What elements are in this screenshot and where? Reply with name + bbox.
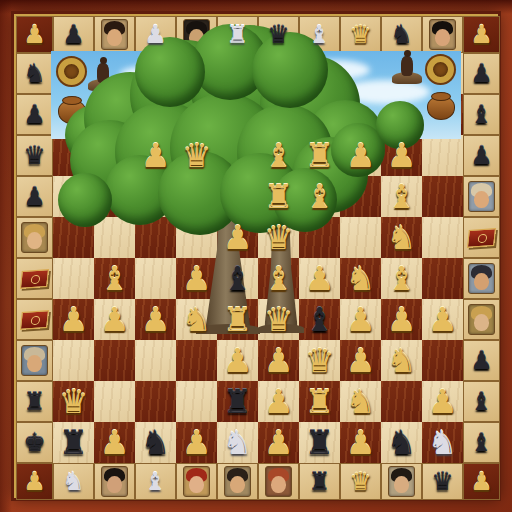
gold-pawn-piece[interactable]: ♟ [470,469,492,494]
silver-bishop-piece[interactable]: ♝ [308,22,330,47]
ring-cell-left-7 [16,299,53,340]
gold-bishop-piece[interactable]: ♝ [100,262,130,295]
square-r6c0[interactable]: ♟ [53,299,94,340]
gold-knight-piece[interactable]: ♞ [387,344,417,377]
ring-cell-left-3: ♛ [16,135,53,176]
gold-pawn-piece[interactable]: ♟ [23,22,45,47]
black-knight-piece[interactable]: ♞ [387,426,417,459]
gold-queen-piece[interactable]: ♛ [349,469,371,494]
black-pawn-piece[interactable]: ♟ [470,61,492,86]
ring-cell-bottom-3: ♝ [135,463,176,500]
ring-cell-bottom-6 [258,463,299,500]
square-r9c5[interactable]: ♟ [258,422,299,463]
portrait-icon [183,466,210,497]
square-r8c9[interactable]: ♟ [422,381,463,422]
square-r8c5[interactable]: ♟ [258,381,299,422]
square-r8c1[interactable] [94,381,135,422]
gold-queen-piece[interactable]: ♛ [305,344,335,377]
square-r5c2[interactable] [135,258,176,299]
square-r1c1[interactable] [94,94,135,135]
black-queen-piece[interactable]: ♛ [23,143,45,168]
black-rook-piece[interactable]: ♜ [305,426,335,459]
black-bishop-piece[interactable]: ♝ [470,389,492,414]
square-r4c6[interactable] [299,217,340,258]
square-r5c1[interactable]: ♝ [94,258,135,299]
gold-pawn-piece[interactable]: ♟ [346,344,376,377]
book-icon [467,228,496,248]
square-r0c2[interactable] [135,53,176,94]
square-r2c8[interactable]: ♟ [381,135,422,176]
square-r5c8[interactable]: ♝ [381,258,422,299]
gold-pawn-piece[interactable]: ♟ [223,344,253,377]
square-r3c2[interactable] [135,176,176,217]
square-r3c0[interactable] [53,176,94,217]
board-with-captured-ring: ♟♟♟♜♛♝♛♞♟♞♟♟♝♛♟♛♝♜♟♟♟♟♜♝♝♟♛♞♝♟♝♝♟♞♝♟♟♟♞♜… [14,14,498,498]
square-r3c3[interactable] [176,176,217,217]
square-r1c4[interactable] [217,94,258,135]
square-r6c1[interactable]: ♟ [94,299,135,340]
square-r4c1[interactable] [94,217,135,258]
square-r1c8[interactable] [381,94,422,135]
square-r7c9[interactable] [422,340,463,381]
square-r2c2[interactable]: ♟ [135,135,176,176]
ring-cell-left-9: ♜ [16,381,53,422]
square-r4c7[interactable] [340,217,381,258]
ring-cell-left-1: ♞ [16,53,53,94]
gold-pawn-piece[interactable]: ♟ [346,426,376,459]
portrait-icon [21,345,48,376]
square-r4c4[interactable]: ♟ [217,217,258,258]
square-r0c8[interactable] [381,53,422,94]
gold-pawn-piece[interactable]: ♟ [428,385,458,418]
square-r9c2[interactable]: ♞ [135,422,176,463]
ring-corner-bottom-right: ♟ [463,463,500,500]
ring-cell-top-4 [176,16,217,53]
square-r2c5[interactable]: ♝ [258,135,299,176]
ring-cell-right-3: ♟ [463,135,500,176]
gold-pawn-piece[interactable]: ♟ [59,303,89,336]
portrait-icon [265,466,292,497]
square-r1c9[interactable] [422,94,463,135]
square-r4c5[interactable]: ♛ [258,217,299,258]
gold-pawn-piece[interactable]: ♟ [305,262,335,295]
ring-cell-right-10: ♝ [463,422,500,463]
ring-cell-right-1: ♟ [463,53,500,94]
black-knight-piece[interactable]: ♞ [141,426,171,459]
square-r3c1[interactable] [94,176,135,217]
gold-pawn-piece[interactable]: ♟ [141,303,171,336]
square-r9c3[interactable]: ♟ [176,422,217,463]
gold-pawn-piece[interactable]: ♟ [346,139,376,172]
gold-pawn-piece[interactable]: ♟ [264,344,294,377]
gold-pawn-piece[interactable]: ♟ [387,139,417,172]
square-r0c1[interactable] [94,53,135,94]
square-r4c9[interactable] [422,217,463,258]
square-r9c8[interactable]: ♞ [381,422,422,463]
ring-cell-top-2 [94,16,135,53]
square-r2c9[interactable] [422,135,463,176]
gold-rook-piece[interactable]: ♜ [223,303,253,336]
gold-pawn-piece[interactable]: ♟ [182,426,212,459]
ring-cell-bottom-1: ♞ [53,463,94,500]
black-rook-piece[interactable]: ♜ [59,426,89,459]
square-r7c0[interactable] [53,340,94,381]
ring-cell-left-6 [16,258,53,299]
square-r6c6[interactable]: ♝ [299,299,340,340]
square-r4c0[interactable] [53,217,94,258]
square-r3c8[interactable]: ♝ [381,176,422,217]
square-r7c1[interactable] [94,340,135,381]
square-r8c6[interactable]: ♜ [299,381,340,422]
square-r9c6[interactable]: ♜ [299,422,340,463]
square-r0c4[interactable] [217,53,258,94]
square-r7c2[interactable] [135,340,176,381]
square-r5c9[interactable] [422,258,463,299]
ring-cell-left-8 [16,340,53,381]
square-r8c0[interactable]: ♛ [53,381,94,422]
ring-cell-right-7 [463,299,500,340]
square-r3c4[interactable] [217,176,258,217]
ring-cell-left-10: ♚ [16,422,53,463]
gold-pawn-piece[interactable]: ♟ [100,303,130,336]
square-r0c5[interactable] [258,53,299,94]
gold-queen-piece[interactable]: ♛ [349,22,371,47]
square-r1c0[interactable] [53,94,94,135]
ring-cell-bottom-8: ♛ [340,463,381,500]
silver-knight-piece[interactable]: ♞ [223,426,253,459]
square-r8c4[interactable]: ♜ [217,381,258,422]
square-r2c6[interactable]: ♜ [299,135,340,176]
black-pawn-piece[interactable]: ♟ [23,184,45,209]
gold-pawn-piece[interactable]: ♟ [182,262,212,295]
portrait-icon [468,263,495,294]
square-r0c3[interactable] [176,53,217,94]
square-r2c0[interactable] [53,135,94,176]
square-r1c3[interactable] [176,94,217,135]
silver-knight-piece[interactable]: ♞ [428,426,458,459]
square-r8c2[interactable] [135,381,176,422]
portrait-icon [21,222,48,253]
portrait-icon [224,466,251,497]
gold-knight-piece[interactable]: ♞ [182,303,212,336]
square-r7c6[interactable]: ♛ [299,340,340,381]
square-r5c6[interactable]: ♟ [299,258,340,299]
square-r6c5[interactable]: ♛ [258,299,299,340]
black-queen-piece[interactable]: ♛ [267,22,289,47]
ring-cell-top-10 [422,16,463,53]
square-r5c7[interactable]: ♞ [340,258,381,299]
square-r3c7[interactable] [340,176,381,217]
silver-knight-piece[interactable]: ♞ [62,469,84,494]
black-bishop-piece[interactable]: ♝ [470,430,492,455]
gold-bishop-piece[interactable]: ♝ [264,139,294,172]
square-r9c9[interactable]: ♞ [422,422,463,463]
square-r4c3[interactable] [176,217,217,258]
square-r0c9[interactable] [422,53,463,94]
square-r1c5[interactable] [258,94,299,135]
gold-knight-piece[interactable]: ♞ [346,385,376,418]
silver-pawn-piece[interactable]: ♟ [144,22,166,47]
square-r3c5[interactable]: ♜ [258,176,299,217]
ring-cell-top-6: ♛ [258,16,299,53]
square-r3c6[interactable]: ♝ [299,176,340,217]
gold-queen-piece[interactable]: ♛ [264,303,294,336]
square-r2c4[interactable] [217,135,258,176]
black-bishop-piece[interactable]: ♝ [305,303,335,336]
gold-bishop-piece[interactable]: ♝ [305,180,335,213]
ring-cell-top-8: ♛ [340,16,381,53]
black-rook-piece[interactable]: ♜ [308,469,330,494]
square-r1c2[interactable] [135,94,176,135]
square-r6c8[interactable]: ♟ [381,299,422,340]
square-r2c3[interactable]: ♛ [176,135,217,176]
black-rook-piece[interactable]: ♜ [23,389,45,414]
black-knight-piece[interactable]: ♞ [23,61,45,86]
square-r7c5[interactable]: ♟ [258,340,299,381]
square-r0c6[interactable] [299,53,340,94]
ring-cell-bottom-5 [217,463,258,500]
ring-corner-top-left: ♟ [16,16,53,53]
ring-cell-left-2: ♟ [16,94,53,135]
square-r9c1[interactable]: ♟ [94,422,135,463]
gold-pawn-piece[interactable]: ♟ [141,139,171,172]
square-r6c9[interactable]: ♟ [422,299,463,340]
square-r5c3[interactable]: ♟ [176,258,217,299]
black-bishop-piece[interactable]: ♝ [223,262,253,295]
gold-pawn-piece[interactable]: ♟ [428,303,458,336]
black-pawn-piece[interactable]: ♟ [470,143,492,168]
ring-cell-top-5: ♜ [217,16,258,53]
square-r0c0[interactable] [53,53,94,94]
gold-pawn-piece[interactable]: ♟ [470,22,492,47]
portrait-icon [183,19,210,50]
gold-queen-piece[interactable]: ♛ [182,139,212,172]
black-pawn-piece[interactable]: ♟ [62,22,84,47]
square-r5c5[interactable]: ♝ [258,258,299,299]
square-r4c8[interactable]: ♞ [381,217,422,258]
ring-cell-bottom-4 [176,463,217,500]
square-r9c0[interactable]: ♜ [53,422,94,463]
ring-cell-right-5 [463,217,500,258]
portrait-icon [468,181,495,212]
ring-cell-bottom-7: ♜ [299,463,340,500]
gold-knight-piece[interactable]: ♞ [387,221,417,254]
ring-cell-bottom-9 [381,463,422,500]
ring-cell-right-9: ♝ [463,381,500,422]
gold-queen-piece[interactable]: ♛ [264,221,294,254]
ring-cell-top-9: ♞ [381,16,422,53]
portrait-icon [468,304,495,335]
square-r7c8[interactable]: ♞ [381,340,422,381]
book-icon [20,310,49,330]
ring-cell-right-4 [463,176,500,217]
ring-cell-left-5 [16,217,53,258]
silver-rook-piece[interactable]: ♜ [226,22,248,47]
gold-pawn-piece[interactable]: ♟ [387,303,417,336]
square-r4c2[interactable] [135,217,176,258]
ring-cell-top-1: ♟ [53,16,94,53]
ring-cell-left-4: ♟ [16,176,53,217]
gold-pawn-piece[interactable]: ♟ [264,385,294,418]
gold-queen-piece[interactable]: ♛ [59,385,89,418]
square-r6c4[interactable]: ♜ [217,299,258,340]
ring-cell-top-7: ♝ [299,16,340,53]
square-r7c3[interactable] [176,340,217,381]
square-r8c8[interactable] [381,381,422,422]
square-r8c3[interactable] [176,381,217,422]
black-pawn-piece[interactable]: ♟ [470,348,492,373]
ring-cell-right-8: ♟ [463,340,500,381]
ring-corner-bottom-left: ♟ [16,463,53,500]
square-r1c6[interactable] [299,94,340,135]
portrait-icon [101,19,128,50]
square-r2c1[interactable] [94,135,135,176]
ring-corner-top-right: ♟ [463,16,500,53]
ring-cell-right-2: ♝ [463,94,500,135]
gold-pawn-piece[interactable]: ♟ [223,221,253,254]
gold-pawn-piece[interactable]: ♟ [100,426,130,459]
square-r6c2[interactable]: ♟ [135,299,176,340]
gold-bishop-piece[interactable]: ♝ [387,180,417,213]
black-rook-piece[interactable]: ♜ [223,385,253,418]
chess-scene: ♟♟♟♜♛♝♛♞♟♞♟♟♝♛♟♛♝♜♟♟♟♟♜♝♝♟♛♞♝♟♝♝♟♞♝♟♟♟♞♜… [0,0,512,512]
square-r5c0[interactable] [53,258,94,299]
square-r9c4[interactable]: ♞ [217,422,258,463]
black-pawn-piece[interactable]: ♟ [23,102,45,127]
square-r6c7[interactable]: ♟ [340,299,381,340]
portrait-icon [101,466,128,497]
portrait-icon [388,466,415,497]
square-r1c7[interactable] [340,94,381,135]
portrait-icon [429,19,456,50]
black-king-piece[interactable]: ♚ [23,430,45,455]
gold-rook-piece[interactable]: ♜ [305,385,335,418]
silver-bishop-piece[interactable]: ♝ [144,469,166,494]
gold-pawn-piece[interactable]: ♟ [264,426,294,459]
black-queen-piece[interactable]: ♛ [431,469,453,494]
square-r7c4[interactable]: ♟ [217,340,258,381]
gold-rook-piece[interactable]: ♜ [305,139,335,172]
square-r3c9[interactable] [422,176,463,217]
gold-bishop-piece[interactable]: ♝ [387,262,417,295]
square-r5c4[interactable]: ♝ [217,258,258,299]
square-r9c7[interactable]: ♟ [340,422,381,463]
gold-pawn-piece[interactable]: ♟ [23,469,45,494]
gold-bishop-piece[interactable]: ♝ [264,262,294,295]
gold-rook-piece[interactable]: ♜ [264,180,294,213]
square-r7c7[interactable]: ♟ [340,340,381,381]
book-icon [20,269,49,289]
square-r2c7[interactable]: ♟ [340,135,381,176]
square-r8c7[interactable]: ♞ [340,381,381,422]
black-knight-piece[interactable]: ♞ [390,22,412,47]
square-r0c7[interactable] [340,53,381,94]
gold-knight-piece[interactable]: ♞ [346,262,376,295]
ring-cell-bottom-10: ♛ [422,463,463,500]
ring-cell-top-3: ♟ [135,16,176,53]
gold-pawn-piece[interactable]: ♟ [346,303,376,336]
black-bishop-piece[interactable]: ♝ [470,102,492,127]
ring-cell-bottom-2 [94,463,135,500]
ring-cell-right-6 [463,258,500,299]
square-r6c3[interactable]: ♞ [176,299,217,340]
